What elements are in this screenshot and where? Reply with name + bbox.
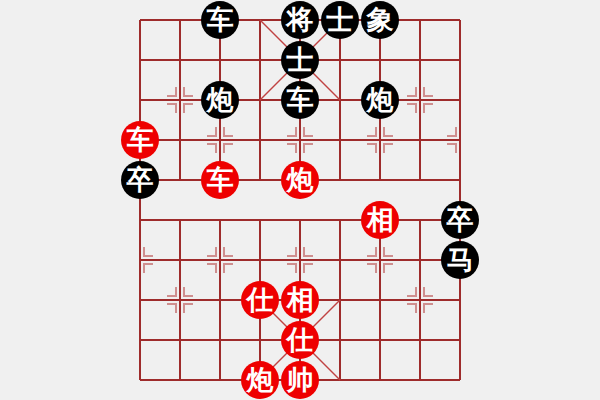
point-2-8[interactable] bbox=[200, 320, 240, 360]
point-3-5[interactable] bbox=[240, 200, 280, 240]
point-4-5[interactable] bbox=[280, 200, 320, 240]
point-6-3[interactable] bbox=[360, 120, 400, 160]
point-0-8[interactable] bbox=[120, 320, 160, 360]
point-5-2[interactable] bbox=[320, 80, 360, 120]
point-8-3[interactable] bbox=[440, 120, 480, 160]
point-5-4[interactable] bbox=[320, 160, 360, 200]
point-6-5[interactable]: 相 bbox=[360, 200, 400, 240]
point-0-7[interactable] bbox=[120, 280, 160, 320]
point-8-1[interactable] bbox=[440, 40, 480, 80]
point-0-5[interactable] bbox=[120, 200, 160, 240]
point-6-4[interactable] bbox=[360, 160, 400, 200]
piece-red-cannon[interactable]: 炮 bbox=[281, 161, 319, 199]
piece-red-elephant[interactable]: 相 bbox=[281, 281, 319, 319]
point-8-8[interactable] bbox=[440, 320, 480, 360]
point-5-7[interactable] bbox=[320, 280, 360, 320]
point-1-7[interactable] bbox=[160, 280, 200, 320]
piece-black-general[interactable]: 将 bbox=[281, 1, 319, 39]
point-1-0[interactable] bbox=[160, 0, 200, 40]
point-7-9[interactable] bbox=[400, 360, 440, 400]
point-7-8[interactable] bbox=[400, 320, 440, 360]
point-3-2[interactable] bbox=[240, 80, 280, 120]
point-4-2[interactable]: 车 bbox=[280, 80, 320, 120]
point-1-9[interactable] bbox=[160, 360, 200, 400]
point-7-6[interactable] bbox=[400, 240, 440, 280]
point-4-6[interactable] bbox=[280, 240, 320, 280]
point-6-1[interactable] bbox=[360, 40, 400, 80]
point-6-2[interactable]: 炮 bbox=[360, 80, 400, 120]
point-3-1[interactable] bbox=[240, 40, 280, 80]
point-3-7[interactable]: 仕 bbox=[240, 280, 280, 320]
point-0-1[interactable] bbox=[120, 40, 160, 80]
point-5-5[interactable] bbox=[320, 200, 360, 240]
piece-red-advisor[interactable]: 仕 bbox=[241, 281, 279, 319]
point-2-4[interactable]: 车 bbox=[200, 160, 240, 200]
point-4-4[interactable]: 炮 bbox=[280, 160, 320, 200]
point-0-6[interactable] bbox=[120, 240, 160, 280]
piece-black-chariot[interactable]: 车 bbox=[201, 1, 239, 39]
point-0-0[interactable] bbox=[120, 0, 160, 40]
piece-black-soldier[interactable]: 卒 bbox=[121, 161, 159, 199]
point-4-7[interactable]: 相 bbox=[280, 280, 320, 320]
point-5-3[interactable] bbox=[320, 120, 360, 160]
point-7-2[interactable] bbox=[400, 80, 440, 120]
point-3-6[interactable] bbox=[240, 240, 280, 280]
point-0-2[interactable] bbox=[120, 80, 160, 120]
point-3-9[interactable]: 炮 bbox=[240, 360, 280, 400]
point-8-6[interactable]: 马 bbox=[440, 240, 480, 280]
point-0-4[interactable]: 卒 bbox=[120, 160, 160, 200]
point-2-6[interactable] bbox=[200, 240, 240, 280]
point-3-3[interactable] bbox=[240, 120, 280, 160]
point-2-0[interactable]: 车 bbox=[200, 0, 240, 40]
point-5-9[interactable] bbox=[320, 360, 360, 400]
point-2-5[interactable] bbox=[200, 200, 240, 240]
point-8-7[interactable] bbox=[440, 280, 480, 320]
point-5-1[interactable] bbox=[320, 40, 360, 80]
point-5-0[interactable]: 士 bbox=[320, 0, 360, 40]
piece-black-chariot[interactable]: 车 bbox=[281, 81, 319, 119]
point-4-9[interactable]: 帅 bbox=[280, 360, 320, 400]
point-8-2[interactable] bbox=[440, 80, 480, 120]
piece-black-horse[interactable]: 马 bbox=[441, 241, 479, 279]
point-2-9[interactable] bbox=[200, 360, 240, 400]
point-7-0[interactable] bbox=[400, 0, 440, 40]
piece-red-chariot[interactable]: 车 bbox=[201, 161, 239, 199]
point-6-6[interactable] bbox=[360, 240, 400, 280]
point-8-9[interactable] bbox=[440, 360, 480, 400]
point-4-1[interactable]: 士 bbox=[280, 40, 320, 80]
point-0-9[interactable] bbox=[120, 360, 160, 400]
piece-red-advisor[interactable]: 仕 bbox=[281, 321, 319, 359]
point-1-4[interactable] bbox=[160, 160, 200, 200]
point-1-1[interactable] bbox=[160, 40, 200, 80]
point-3-4[interactable] bbox=[240, 160, 280, 200]
board-points-layer: 车将士象士炮车炮车卒车炮相卒马仕相仕炮帅 bbox=[120, 0, 480, 400]
point-2-7[interactable] bbox=[200, 280, 240, 320]
piece-black-elephant[interactable]: 象 bbox=[361, 1, 399, 39]
point-2-1[interactable] bbox=[200, 40, 240, 80]
piece-red-cannon[interactable]: 炮 bbox=[241, 361, 279, 399]
point-8-0[interactable] bbox=[440, 0, 480, 40]
point-8-5[interactable]: 卒 bbox=[440, 200, 480, 240]
point-7-5[interactable] bbox=[400, 200, 440, 240]
point-3-8[interactable] bbox=[240, 320, 280, 360]
point-4-0[interactable]: 将 bbox=[280, 0, 320, 40]
point-2-2[interactable]: 炮 bbox=[200, 80, 240, 120]
point-1-2[interactable] bbox=[160, 80, 200, 120]
point-6-7[interactable] bbox=[360, 280, 400, 320]
point-4-3[interactable] bbox=[280, 120, 320, 160]
point-4-8[interactable]: 仕 bbox=[280, 320, 320, 360]
point-6-8[interactable] bbox=[360, 320, 400, 360]
piece-black-advisor[interactable]: 士 bbox=[281, 41, 319, 79]
point-7-3[interactable] bbox=[400, 120, 440, 160]
point-1-8[interactable] bbox=[160, 320, 200, 360]
piece-black-cannon[interactable]: 炮 bbox=[361, 81, 399, 119]
point-5-6[interactable] bbox=[320, 240, 360, 280]
point-6-9[interactable] bbox=[360, 360, 400, 400]
xiangqi-board: 车将士象士炮车炮车卒车炮相卒马仕相仕炮帅 bbox=[0, 0, 600, 400]
point-0-3[interactable]: 车 bbox=[120, 120, 160, 160]
point-5-8[interactable] bbox=[320, 320, 360, 360]
point-6-0[interactable]: 象 bbox=[360, 0, 400, 40]
piece-black-cannon[interactable]: 炮 bbox=[201, 81, 239, 119]
point-1-5[interactable] bbox=[160, 200, 200, 240]
point-1-6[interactable] bbox=[160, 240, 200, 280]
piece-red-chariot[interactable]: 车 bbox=[121, 121, 159, 159]
point-7-7[interactable] bbox=[400, 280, 440, 320]
piece-black-soldier[interactable]: 卒 bbox=[441, 201, 479, 239]
piece-black-advisor[interactable]: 士 bbox=[321, 1, 359, 39]
point-2-3[interactable] bbox=[200, 120, 240, 160]
point-3-0[interactable] bbox=[240, 0, 280, 40]
point-1-3[interactable] bbox=[160, 120, 200, 160]
point-7-4[interactable] bbox=[400, 160, 440, 200]
point-8-4[interactable] bbox=[440, 160, 480, 200]
piece-red-general[interactable]: 帅 bbox=[281, 361, 319, 399]
point-7-1[interactable] bbox=[400, 40, 440, 80]
piece-red-elephant[interactable]: 相 bbox=[361, 201, 399, 239]
